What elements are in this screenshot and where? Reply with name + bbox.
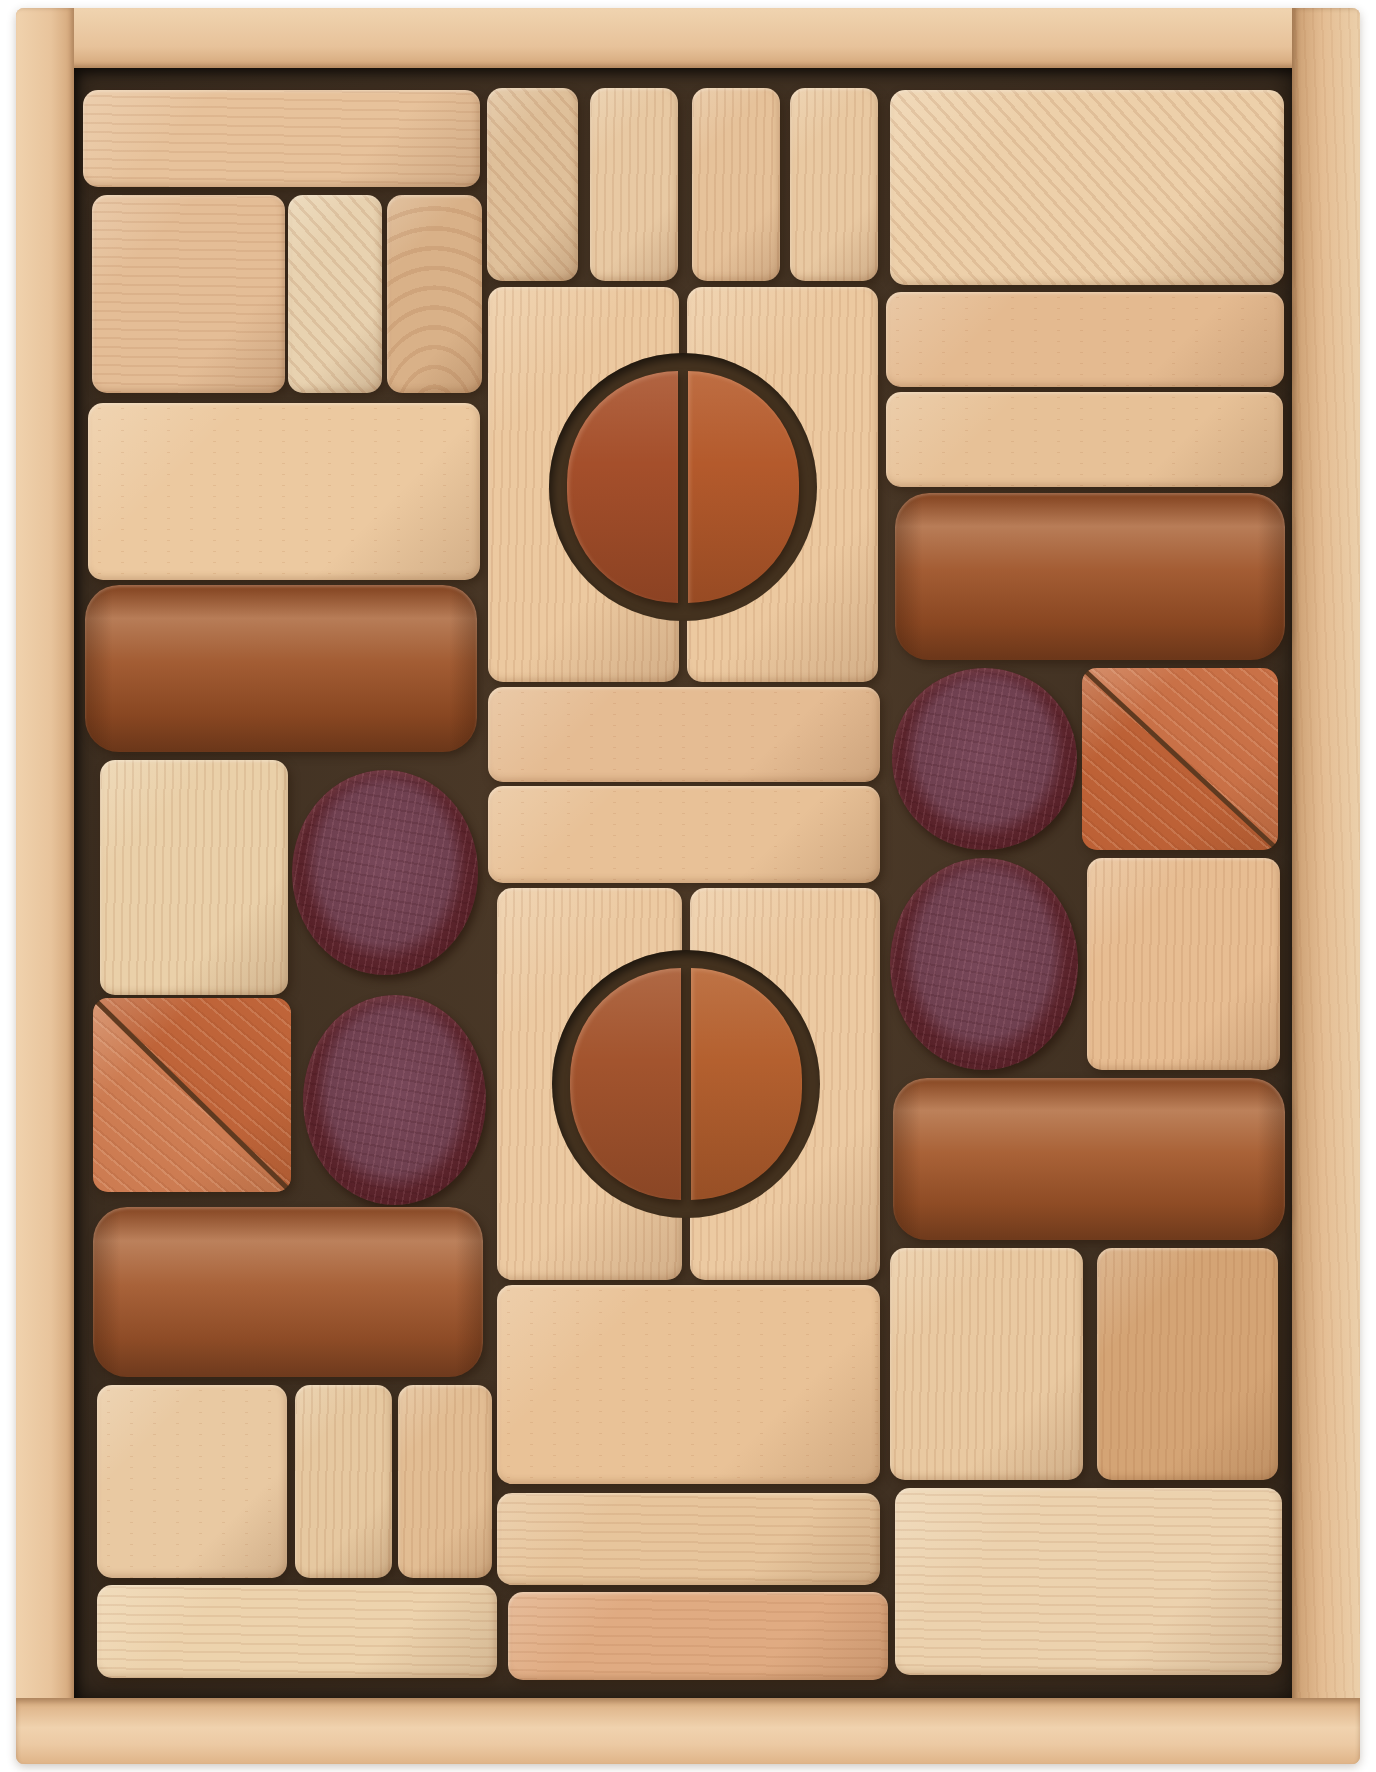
upright-vc[interactable]	[692, 88, 780, 281]
plank-p1[interactable]	[488, 687, 880, 782]
plank-u[interactable]	[886, 292, 1284, 387]
cylinder-k[interactable]	[93, 1207, 483, 1377]
plank-v[interactable]	[886, 392, 1283, 487]
square-ad[interactable]	[1097, 1248, 1278, 1480]
cylinder-f[interactable]	[85, 585, 477, 752]
box-wall-right	[1292, 8, 1360, 1764]
box-wall-left	[16, 8, 74, 1764]
square-g[interactable]	[100, 760, 288, 995]
triangle-square-y[interactable]	[1082, 668, 1278, 850]
wooden-blocks-box-photo	[0, 0, 1376, 1772]
plank-o[interactable]	[97, 1585, 497, 1678]
box-wall-top	[16, 8, 1360, 68]
cylinder-end-h[interactable]	[292, 770, 478, 975]
cylinder-ab[interactable]	[893, 1078, 1285, 1240]
plank-a[interactable]	[83, 90, 480, 187]
plank-s[interactable]	[508, 1592, 888, 1680]
upright-d[interactable]	[387, 195, 482, 393]
block-t[interactable]	[890, 90, 1284, 285]
upright-c[interactable]	[288, 195, 382, 393]
upright-vd[interactable]	[790, 88, 878, 281]
cylinder-end-z[interactable]	[890, 858, 1078, 1070]
cylinder-w[interactable]	[895, 493, 1285, 660]
upright-va[interactable]	[487, 88, 578, 281]
arch-pair-top	[488, 287, 878, 682]
block-ae[interactable]	[895, 1488, 1282, 1675]
triangle-square-i[interactable]	[93, 998, 291, 1192]
square-aa[interactable]	[1087, 858, 1280, 1070]
square-l[interactable]	[97, 1385, 287, 1578]
plank-p2[interactable]	[488, 786, 880, 883]
plank-r[interactable]	[497, 1493, 880, 1585]
square-ac[interactable]	[890, 1248, 1083, 1480]
arch-pair-bottom	[497, 888, 880, 1280]
cylinder-end-j[interactable]	[303, 995, 486, 1205]
upright-m[interactable]	[295, 1385, 392, 1578]
square-b[interactable]	[92, 195, 285, 393]
cylinder-end-x[interactable]	[892, 668, 1077, 850]
upright-n[interactable]	[398, 1385, 492, 1578]
box-wall-bottom	[16, 1698, 1360, 1764]
block-q[interactable]	[497, 1285, 880, 1484]
upright-vb[interactable]	[590, 88, 678, 281]
block-e[interactable]	[88, 403, 480, 580]
